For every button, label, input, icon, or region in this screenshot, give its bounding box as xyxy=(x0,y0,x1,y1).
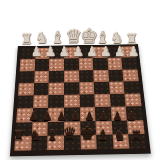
square-r2c5[interactable] xyxy=(78,58,93,70)
square-r4c2[interactable] xyxy=(33,83,49,96)
black-back-rank: ♜♞♝♛♚♝♞♜ xyxy=(12,112,143,142)
black-knight[interactable]: ♞ xyxy=(29,129,42,142)
black-king[interactable]: ♚ xyxy=(79,125,92,142)
white-pawn[interactable]: ♟ xyxy=(30,46,43,58)
white-pawn[interactable]: ♟ xyxy=(99,46,112,58)
square-r2c8[interactable] xyxy=(122,57,138,69)
square-r2c6[interactable] xyxy=(93,58,108,70)
square-r4c5[interactable] xyxy=(79,82,95,95)
square-r2c7[interactable] xyxy=(107,58,122,70)
white-pawn[interactable]: ♟ xyxy=(58,46,71,58)
black-rook[interactable]: ♜ xyxy=(130,129,143,142)
black-bishop[interactable]: ♝ xyxy=(46,128,59,142)
square-r3c3[interactable] xyxy=(49,70,64,82)
white-pawn[interactable]: ♟ xyxy=(127,46,140,58)
white-pawn[interactable]: ♟ xyxy=(72,46,85,58)
black-knight[interactable]: ♞ xyxy=(113,129,126,142)
square-r2c4[interactable] xyxy=(64,58,79,70)
white-pawn[interactable]: ♟ xyxy=(44,46,57,58)
square-r3c8[interactable] xyxy=(123,69,139,81)
square-r3c6[interactable] xyxy=(93,70,109,82)
square-r2c2[interactable] xyxy=(34,59,49,71)
photo-background: ♜♞♝♛♚♝♞♜♟♟♟♟♟♟♟♟♟♟♟♟♟♟♟♟♜♞♝♛♚♝♞♜ xyxy=(0,0,160,160)
black-queen[interactable]: ♛ xyxy=(63,126,76,142)
square-r4c8[interactable] xyxy=(124,81,140,94)
square-r2c1[interactable] xyxy=(20,59,35,71)
white-pawn[interactable]: ♟ xyxy=(113,46,126,58)
white-pawns: ♟♟♟♟♟♟♟♟ xyxy=(30,28,140,58)
square-r4c6[interactable] xyxy=(94,82,110,95)
square-r4c7[interactable] xyxy=(109,81,125,94)
square-r2c3[interactable] xyxy=(49,59,64,71)
square-r4c4[interactable] xyxy=(64,82,79,95)
square-r4c3[interactable] xyxy=(49,82,64,95)
square-r4c1[interactable] xyxy=(18,83,34,96)
black-bishop[interactable]: ♝ xyxy=(96,128,109,142)
black-rook[interactable]: ♜ xyxy=(12,129,25,142)
square-r3c1[interactable] xyxy=(19,71,35,83)
square-r3c7[interactable] xyxy=(108,69,124,81)
square-r3c4[interactable] xyxy=(64,70,79,82)
square-r3c2[interactable] xyxy=(34,71,49,83)
square-r3c5[interactable] xyxy=(79,70,94,82)
white-pawn[interactable]: ♟ xyxy=(85,46,98,58)
